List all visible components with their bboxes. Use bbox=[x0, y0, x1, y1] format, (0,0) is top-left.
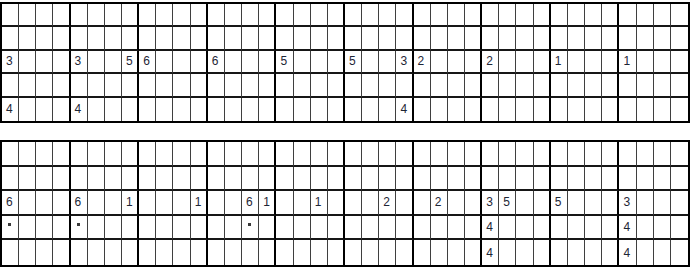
cell-b2-r2-c19 bbox=[311, 167, 328, 192]
note-number: 4 bbox=[2, 103, 13, 115]
cell-b1-r4-c34 bbox=[568, 74, 585, 97]
cell-b1-r3-c23 bbox=[379, 51, 396, 74]
cell-b1-r1-c20 bbox=[328, 4, 345, 27]
cell-b1-r3-c17: 5 bbox=[276, 51, 293, 74]
cell-b2-r4-c31 bbox=[516, 216, 533, 241]
cell-b2-r1-c23 bbox=[379, 142, 396, 167]
cell-b2-r3-c35 bbox=[585, 191, 602, 216]
note-number: 5 bbox=[122, 55, 133, 67]
cell-b2-r2-c39 bbox=[654, 167, 671, 192]
cell-b2-r3-c10 bbox=[156, 191, 173, 216]
cell-b2-r3-c11 bbox=[173, 191, 190, 216]
cell-b1-r3-c36 bbox=[602, 51, 619, 74]
cell-b1-r1-c24 bbox=[396, 4, 413, 27]
cell-b2-r2-c27 bbox=[448, 167, 465, 192]
cell-b1-r5-c25 bbox=[414, 98, 431, 121]
cell-b2-r4-c8 bbox=[122, 216, 139, 241]
cell-b1-r4-c22 bbox=[362, 74, 379, 97]
cell-b2-r3-c31 bbox=[516, 191, 533, 216]
cell-b2-r2-c25 bbox=[414, 167, 431, 192]
note-number: 2 bbox=[431, 196, 442, 208]
cell-b2-r4-c24 bbox=[396, 216, 413, 241]
cell-b2-r3-c13 bbox=[208, 191, 225, 216]
cell-b2-r5-c19 bbox=[311, 240, 328, 265]
cell-b2-r2-c7 bbox=[105, 167, 122, 192]
note-number: 5 bbox=[551, 196, 562, 208]
cell-b1-r2-c39 bbox=[654, 27, 671, 50]
cell-b2-r2-c40 bbox=[671, 167, 688, 192]
cell-b2-r1-c39 bbox=[654, 142, 671, 167]
cell-b2-r4-c3 bbox=[36, 216, 53, 241]
cell-b2-r5-c5 bbox=[71, 240, 88, 265]
cell-b2-r3-c9 bbox=[139, 191, 156, 216]
note-number: 1 bbox=[259, 196, 270, 208]
cell-b2-r3-c1: 6 bbox=[2, 191, 19, 216]
cell-b1-r3-c12 bbox=[191, 51, 208, 74]
notation-band-2: 66116112235534444 bbox=[0, 140, 690, 267]
cell-b1-r1-c28 bbox=[465, 4, 482, 27]
cell-b2-r1-c35 bbox=[585, 142, 602, 167]
cell-b2-r1-c19 bbox=[311, 142, 328, 167]
cell-b1-r2-c32 bbox=[534, 27, 551, 50]
cell-b1-r5-c12 bbox=[191, 98, 208, 121]
cell-b1-r1-c37 bbox=[619, 4, 636, 27]
cell-b2-r5-c28 bbox=[465, 240, 482, 265]
cell-b2-r3-c29: 3 bbox=[482, 191, 499, 216]
cell-b2-r1-c4 bbox=[53, 142, 70, 167]
cell-b2-r5-c17 bbox=[276, 240, 293, 265]
cell-b2-r4-c11 bbox=[173, 216, 190, 241]
cell-b1-r4-c10 bbox=[156, 74, 173, 97]
cell-b2-r3-c22 bbox=[362, 191, 379, 216]
cell-b1-r4-c31 bbox=[516, 74, 533, 97]
cell-b1-r2-c37 bbox=[619, 27, 636, 50]
cell-b2-r2-c28 bbox=[465, 167, 482, 192]
cell-b2-r1-c14 bbox=[225, 142, 242, 167]
cell-b2-r3-c32 bbox=[534, 191, 551, 216]
cell-b2-r3-c26: 2 bbox=[431, 191, 448, 216]
cell-b1-r1-c4 bbox=[53, 4, 70, 27]
cell-b1-r4-c38 bbox=[637, 74, 654, 97]
cell-b1-r2-c17 bbox=[276, 27, 293, 50]
cell-b1-r3-c10 bbox=[156, 51, 173, 74]
cell-b2-r3-c34 bbox=[568, 191, 585, 216]
cell-b1-r4-c26 bbox=[431, 74, 448, 97]
cell-b1-r5-c36 bbox=[602, 98, 619, 121]
cell-b1-r2-c16 bbox=[259, 27, 276, 50]
cell-b1-r1-c26 bbox=[431, 4, 448, 27]
cell-b1-r1-c15 bbox=[242, 4, 259, 27]
cell-b1-r5-c5: 4 bbox=[71, 98, 88, 121]
cell-b1-r2-c24 bbox=[396, 27, 413, 50]
cell-b1-r5-c4 bbox=[53, 98, 70, 121]
cell-b2-r5-c29: 4 bbox=[482, 240, 499, 265]
cell-b1-r3-c19 bbox=[311, 51, 328, 74]
cell-b1-r4-c27 bbox=[448, 74, 465, 97]
cell-b2-r4-c17 bbox=[276, 216, 293, 241]
cell-b1-r4-c20 bbox=[328, 74, 345, 97]
cell-b2-r2-c34 bbox=[568, 167, 585, 192]
cell-b1-r2-c34 bbox=[568, 27, 585, 50]
cell-b2-r5-c26 bbox=[431, 240, 448, 265]
cell-b1-r3-c28 bbox=[465, 51, 482, 74]
cell-b1-r1-c9 bbox=[139, 4, 156, 27]
cell-b2-r4-c29: 4 bbox=[482, 216, 499, 241]
cell-b2-r1-c2 bbox=[19, 142, 36, 167]
cell-b2-r2-c18 bbox=[294, 167, 311, 192]
cell-b2-r5-c6 bbox=[88, 240, 105, 265]
cell-b2-r4-c34 bbox=[568, 216, 585, 241]
cell-b2-r4-c1 bbox=[2, 216, 19, 241]
cell-b2-r2-c3 bbox=[36, 167, 53, 192]
cell-b2-r5-c33 bbox=[551, 240, 568, 265]
cell-b1-r1-c23 bbox=[379, 4, 396, 27]
cell-b2-r1-c34 bbox=[568, 142, 585, 167]
cell-b1-r3-c31 bbox=[516, 51, 533, 74]
cell-b1-r1-c35 bbox=[585, 4, 602, 27]
cell-b1-r2-c38 bbox=[637, 27, 654, 50]
cell-b1-r5-c1: 4 bbox=[2, 98, 19, 121]
cell-b2-r1-c31 bbox=[516, 142, 533, 167]
cell-b1-r5-c32 bbox=[534, 98, 551, 121]
cell-b2-r4-c12 bbox=[191, 216, 208, 241]
cell-b2-r3-c5: 6 bbox=[71, 191, 88, 216]
cell-b2-r5-c4 bbox=[53, 240, 70, 265]
cell-b2-r2-c9 bbox=[139, 167, 156, 192]
cell-b1-r1-c30 bbox=[499, 4, 516, 27]
cell-b1-r3-c5: 3 bbox=[71, 51, 88, 74]
cell-b2-r5-c18 bbox=[294, 240, 311, 265]
cell-b2-r1-c12 bbox=[191, 142, 208, 167]
cell-b1-r5-c8 bbox=[122, 98, 139, 121]
cell-b1-r2-c29 bbox=[482, 27, 499, 50]
note-number: 3 bbox=[2, 55, 13, 67]
cell-b2-r2-c6 bbox=[88, 167, 105, 192]
cell-b2-r3-c36 bbox=[602, 191, 619, 216]
cell-b2-r1-c3 bbox=[36, 142, 53, 167]
note-number: 2 bbox=[379, 196, 390, 208]
cell-b1-r4-c25 bbox=[414, 74, 431, 97]
cell-b1-r3-c26 bbox=[431, 51, 448, 74]
cell-b1-r1-c2 bbox=[19, 4, 36, 27]
cell-b1-r4-c6 bbox=[88, 74, 105, 97]
cell-b1-r5-c23 bbox=[379, 98, 396, 121]
cell-b1-r2-c7 bbox=[105, 27, 122, 50]
cell-b2-r1-c40 bbox=[671, 142, 688, 167]
cell-b2-r4-c10 bbox=[156, 216, 173, 241]
note-number: 1 bbox=[191, 196, 202, 208]
cell-b1-r5-c27 bbox=[448, 98, 465, 121]
cell-b1-r3-c21: 5 bbox=[345, 51, 362, 74]
cell-b2-r1-c26 bbox=[431, 142, 448, 167]
cell-b1-r4-c28 bbox=[465, 74, 482, 97]
cell-b1-r5-c34 bbox=[568, 98, 585, 121]
cell-b1-r5-c22 bbox=[362, 98, 379, 121]
cell-b1-r5-c18 bbox=[294, 98, 311, 121]
cell-b2-r5-c8 bbox=[122, 240, 139, 265]
cell-b1-r5-c7 bbox=[105, 98, 122, 121]
note-number: 2 bbox=[414, 55, 425, 67]
cell-b2-r5-c10 bbox=[156, 240, 173, 265]
cell-b2-r1-c20 bbox=[328, 142, 345, 167]
cell-b2-r2-c22 bbox=[362, 167, 379, 192]
cell-b1-r4-c19 bbox=[311, 74, 328, 97]
note-number: 2 bbox=[482, 55, 493, 67]
cell-b2-r1-c29 bbox=[482, 142, 499, 167]
note-number: 1 bbox=[122, 196, 133, 208]
cell-b1-r5-c20 bbox=[328, 98, 345, 121]
cell-b1-r3-c6 bbox=[88, 51, 105, 74]
cell-b1-r2-c26 bbox=[431, 27, 448, 50]
cell-b2-r4-c6 bbox=[88, 216, 105, 241]
cell-b2-r5-c1 bbox=[2, 240, 19, 265]
cell-b1-r5-c10 bbox=[156, 98, 173, 121]
cell-b1-r3-c7 bbox=[105, 51, 122, 74]
cell-b1-r3-c30 bbox=[499, 51, 516, 74]
cell-b1-r5-c19 bbox=[311, 98, 328, 121]
cell-b2-r3-c4 bbox=[53, 191, 70, 216]
cell-b2-r1-c37 bbox=[619, 142, 636, 167]
cell-b2-r4-c21 bbox=[345, 216, 362, 241]
cell-b2-r3-c27 bbox=[448, 191, 465, 216]
note-number: 5 bbox=[276, 55, 287, 67]
cell-b1-r5-c30 bbox=[499, 98, 516, 121]
cell-b1-r1-c12 bbox=[191, 4, 208, 27]
cell-b1-r2-c19 bbox=[311, 27, 328, 50]
cell-b1-r4-c15 bbox=[242, 74, 259, 97]
cell-b1-r5-c6 bbox=[88, 98, 105, 121]
cell-b2-r3-c17 bbox=[276, 191, 293, 216]
cell-b2-r1-c11 bbox=[173, 142, 190, 167]
cell-b2-r2-c36 bbox=[602, 167, 619, 192]
cell-b1-r3-c29: 2 bbox=[482, 51, 499, 74]
cell-b1-r2-c25 bbox=[414, 27, 431, 50]
cell-b2-r1-c22 bbox=[362, 142, 379, 167]
cell-b2-r2-c10 bbox=[156, 167, 173, 192]
note-number: 1 bbox=[311, 196, 322, 208]
cell-b1-r5-c24: 4 bbox=[396, 98, 413, 121]
cell-b1-r3-c32 bbox=[534, 51, 551, 74]
cell-b2-r4-c26 bbox=[431, 216, 448, 241]
cell-b2-r4-c19 bbox=[311, 216, 328, 241]
cell-b1-r1-c32 bbox=[534, 4, 551, 27]
cell-b1-r4-c9 bbox=[139, 74, 156, 97]
cell-b1-r5-c11 bbox=[173, 98, 190, 121]
cell-b1-r3-c13: 6 bbox=[208, 51, 225, 74]
cell-b1-r2-c12 bbox=[191, 27, 208, 50]
cell-b2-r2-c33 bbox=[551, 167, 568, 192]
cell-b2-r1-c1 bbox=[2, 142, 19, 167]
cell-b2-r4-c5 bbox=[71, 216, 88, 241]
cell-b1-r4-c14 bbox=[225, 74, 242, 97]
cell-b2-r4-c18 bbox=[294, 216, 311, 241]
cell-b1-r2-c5 bbox=[71, 27, 88, 50]
cell-b1-r2-c15 bbox=[242, 27, 259, 50]
cell-b1-r3-c4 bbox=[53, 51, 70, 74]
cell-b1-r4-c13 bbox=[208, 74, 225, 97]
cell-b2-r1-c30 bbox=[499, 142, 516, 167]
cell-b1-r2-c10 bbox=[156, 27, 173, 50]
cell-b2-r4-c15 bbox=[242, 216, 259, 241]
cell-b1-r4-c18 bbox=[294, 74, 311, 97]
note-number: 3 bbox=[396, 55, 407, 67]
cell-b2-r1-c15 bbox=[242, 142, 259, 167]
cell-b1-r2-c20 bbox=[328, 27, 345, 50]
cell-b2-r2-c11 bbox=[173, 167, 190, 192]
cell-b1-r1-c25 bbox=[414, 4, 431, 27]
cell-b1-r2-c13 bbox=[208, 27, 225, 50]
cell-b2-r5-c3 bbox=[36, 240, 53, 265]
cell-b2-r5-c34 bbox=[568, 240, 585, 265]
cell-b2-r1-c33 bbox=[551, 142, 568, 167]
cell-b2-r5-c37: 4 bbox=[619, 240, 636, 265]
cell-b1-r3-c11 bbox=[173, 51, 190, 74]
cell-b2-r1-c8 bbox=[122, 142, 139, 167]
cell-b2-r3-c3 bbox=[36, 191, 53, 216]
cell-b1-r1-c13 bbox=[208, 4, 225, 27]
cell-b2-r2-c31 bbox=[516, 167, 533, 192]
cell-b2-r2-c14 bbox=[225, 167, 242, 192]
music-grid-sheet: 335665532211444 66116112235534444 bbox=[0, 2, 690, 267]
cell-b2-r3-c15: 6 bbox=[242, 191, 259, 216]
cell-b2-r2-c2 bbox=[19, 167, 36, 192]
cell-b2-r5-c11 bbox=[173, 240, 190, 265]
cell-b1-r1-c18 bbox=[294, 4, 311, 27]
cell-b1-r2-c2 bbox=[19, 27, 36, 50]
cell-b2-r2-c5 bbox=[71, 167, 88, 192]
note-number: 3 bbox=[619, 196, 630, 208]
cell-b1-r2-c6 bbox=[88, 27, 105, 50]
cell-b2-r4-c4 bbox=[53, 216, 70, 241]
cell-b1-r2-c18 bbox=[294, 27, 311, 50]
cell-b2-r4-c28 bbox=[465, 216, 482, 241]
cell-b2-r1-c36 bbox=[602, 142, 619, 167]
cell-b2-r2-c32 bbox=[534, 167, 551, 192]
cell-b1-r3-c3 bbox=[36, 51, 53, 74]
cell-b2-r5-c27 bbox=[448, 240, 465, 265]
cell-b1-r3-c9: 6 bbox=[139, 51, 156, 74]
cell-b2-r3-c25 bbox=[414, 191, 431, 216]
cell-b2-r2-c23 bbox=[379, 167, 396, 192]
cell-b1-r5-c9 bbox=[139, 98, 156, 121]
cell-b2-r4-c36 bbox=[602, 216, 619, 241]
cell-b2-r2-c38 bbox=[637, 167, 654, 192]
cell-b1-r2-c9 bbox=[139, 27, 156, 50]
cell-b1-r1-c34 bbox=[568, 4, 585, 27]
cell-b2-r5-c9 bbox=[139, 240, 156, 265]
cell-b1-r5-c14 bbox=[225, 98, 242, 121]
cell-b2-r3-c8: 1 bbox=[122, 191, 139, 216]
cell-b2-r4-c16 bbox=[259, 216, 276, 241]
cell-b2-r4-c40 bbox=[671, 216, 688, 241]
cell-b2-r2-c26 bbox=[431, 167, 448, 192]
cell-b2-r5-c2 bbox=[19, 240, 36, 265]
cell-b1-r3-c20 bbox=[328, 51, 345, 74]
cell-b1-r4-c35 bbox=[585, 74, 602, 97]
cell-b1-r2-c3 bbox=[36, 27, 53, 50]
cell-b2-r1-c32 bbox=[534, 142, 551, 167]
cell-b1-r4-c12 bbox=[191, 74, 208, 97]
cell-b2-r3-c6 bbox=[88, 191, 105, 216]
cell-b2-r2-c16 bbox=[259, 167, 276, 192]
note-number: 4 bbox=[482, 247, 493, 259]
cell-b1-r4-c11 bbox=[173, 74, 190, 97]
cell-b1-r1-c31 bbox=[516, 4, 533, 27]
cell-b2-r2-c21 bbox=[345, 167, 362, 192]
cell-b2-r2-c1 bbox=[2, 167, 19, 192]
cell-b2-r1-c38 bbox=[637, 142, 654, 167]
cell-b2-r5-c30 bbox=[499, 240, 516, 265]
cell-b1-r5-c21 bbox=[345, 98, 362, 121]
cell-b1-r2-c14 bbox=[225, 27, 242, 50]
cell-b1-r1-c3 bbox=[36, 4, 53, 27]
cell-b1-r4-c32 bbox=[534, 74, 551, 97]
note-number: 6 bbox=[242, 196, 253, 208]
cell-b1-r4-c5 bbox=[71, 74, 88, 97]
cell-b1-r4-c8 bbox=[122, 74, 139, 97]
cell-b1-r3-c24: 3 bbox=[396, 51, 413, 74]
cell-b2-r5-c22 bbox=[362, 240, 379, 265]
cell-b2-r1-c6 bbox=[88, 142, 105, 167]
cell-b2-r5-c24 bbox=[396, 240, 413, 265]
cell-b1-r1-c10 bbox=[156, 4, 173, 27]
cell-b2-r5-c40 bbox=[671, 240, 688, 265]
cell-b1-r4-c33 bbox=[551, 74, 568, 97]
cell-b2-r3-c28 bbox=[465, 191, 482, 216]
cell-b1-r4-c17 bbox=[276, 74, 293, 97]
cell-b1-r1-c40 bbox=[671, 4, 688, 27]
cell-b1-r4-c37 bbox=[619, 74, 636, 97]
cell-b2-r2-c12 bbox=[191, 167, 208, 192]
cell-b2-r5-c25 bbox=[414, 240, 431, 265]
cell-b1-r5-c35 bbox=[585, 98, 602, 121]
cell-b2-r5-c21 bbox=[345, 240, 362, 265]
cell-b1-r1-c7 bbox=[105, 4, 122, 27]
cell-b2-r1-c13 bbox=[208, 142, 225, 167]
cell-b1-r5-c13 bbox=[208, 98, 225, 121]
cell-b2-r5-c7 bbox=[105, 240, 122, 265]
cell-b1-r4-c7 bbox=[105, 74, 122, 97]
cell-b2-r4-c27 bbox=[448, 216, 465, 241]
cell-b2-r3-c19: 1 bbox=[311, 191, 328, 216]
cell-b1-r4-c23 bbox=[379, 74, 396, 97]
cell-b1-r1-c33 bbox=[551, 4, 568, 27]
cell-b1-r5-c3 bbox=[36, 98, 53, 121]
cell-b2-r4-c2 bbox=[19, 216, 36, 241]
octave-dot bbox=[77, 223, 80, 226]
cell-b1-r4-c21 bbox=[345, 74, 362, 97]
note-number: 4 bbox=[482, 221, 493, 233]
cell-b1-r3-c15 bbox=[242, 51, 259, 74]
cell-b1-r3-c16 bbox=[259, 51, 276, 74]
cell-b1-r2-c36 bbox=[602, 27, 619, 50]
cell-b2-r4-c23 bbox=[379, 216, 396, 241]
cell-b1-r4-c4 bbox=[53, 74, 70, 97]
cell-b1-r3-c33: 1 bbox=[551, 51, 568, 74]
cell-b1-r1-c19 bbox=[311, 4, 328, 27]
cell-b2-r5-c38 bbox=[637, 240, 654, 265]
cell-b2-r5-c32 bbox=[534, 240, 551, 265]
note-number: 6 bbox=[2, 196, 13, 208]
cell-b2-r3-c14 bbox=[225, 191, 242, 216]
cell-b1-r4-c16 bbox=[259, 74, 276, 97]
cell-b2-r5-c23 bbox=[379, 240, 396, 265]
cell-b1-r1-c1 bbox=[2, 4, 19, 27]
cell-b1-r1-c11 bbox=[173, 4, 190, 27]
cell-b1-r5-c39 bbox=[654, 98, 671, 121]
cell-b2-r3-c18 bbox=[294, 191, 311, 216]
cell-b1-r3-c39 bbox=[654, 51, 671, 74]
